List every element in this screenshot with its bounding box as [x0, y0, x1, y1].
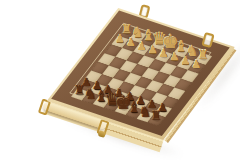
- chess-piece-glyph: ♟: [136, 40, 146, 51]
- chess-piece-glyph: ♞: [139, 105, 152, 119]
- chess-piece-glyph: ♟: [169, 51, 179, 62]
- chess-piece-glyph: ♟: [191, 58, 201, 69]
- square-h8: ♜: [148, 114, 166, 126]
- scene: ♜♞♝♛♚♝♞♜♟♟♟♟♟♟♟♟♟♟♟♟♟♟♟♟♜♞♝♛♚♝♞♜: [0, 0, 240, 161]
- chess-piece-glyph: ♟: [147, 44, 157, 55]
- chess-piece-glyph: ♟: [158, 48, 168, 59]
- chess-piece-glyph: ♟: [126, 37, 136, 48]
- chess-piece-glyph: ♟: [115, 33, 125, 44]
- chess-piece-glyph: ♜: [150, 109, 161, 122]
- chess-piece-glyph: ♟: [180, 55, 190, 66]
